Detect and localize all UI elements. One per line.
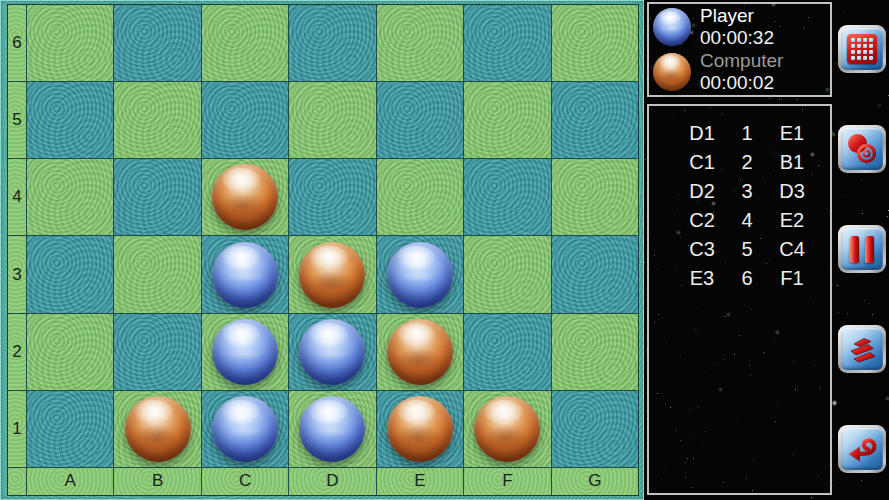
return-arrow-icon xyxy=(845,432,879,466)
player-blue-piece xyxy=(212,319,278,385)
computer-move: E2 xyxy=(765,209,819,232)
player-clock: 00:00:32 xyxy=(700,27,774,49)
cell-B2[interactable] xyxy=(114,314,200,390)
move-row-2: C12B1 xyxy=(675,148,830,177)
cell-C6[interactable] xyxy=(202,5,288,81)
cell-G2[interactable] xyxy=(552,314,638,390)
ball-ring-icon xyxy=(845,132,879,166)
cell-E5[interactable] xyxy=(377,82,463,158)
pause-icon xyxy=(850,236,874,263)
cell-G3[interactable] xyxy=(552,236,638,312)
grid-icon xyxy=(847,34,877,64)
cell-C1[interactable] xyxy=(202,391,288,467)
corner-label xyxy=(8,468,26,495)
cell-C2[interactable] xyxy=(202,314,288,390)
layers-icon xyxy=(845,332,879,366)
cell-C5[interactable] xyxy=(202,82,288,158)
player-move: E3 xyxy=(675,267,729,290)
board-frame: 654321ABCDEFG xyxy=(0,0,644,500)
player-blue-piece xyxy=(299,319,365,385)
cell-B3[interactable] xyxy=(114,236,200,312)
player-blue-piece xyxy=(299,396,365,462)
computer-row: Computer 00:00:02 xyxy=(653,50,826,94)
cell-A6[interactable] xyxy=(27,5,113,81)
cell-G1[interactable] xyxy=(552,391,638,467)
cell-C3[interactable] xyxy=(202,236,288,312)
computer-move: F1 xyxy=(765,267,819,290)
computer-move: D3 xyxy=(765,180,819,203)
player-move: C2 xyxy=(675,209,729,232)
computer-move: C4 xyxy=(765,238,819,261)
cell-E3[interactable] xyxy=(377,236,463,312)
move-number: 1 xyxy=(729,122,765,145)
right-panel: Player 00:00:32 Computer 00:00:02 D11E1C… xyxy=(644,0,889,500)
cell-B5[interactable] xyxy=(114,82,200,158)
cell-D6[interactable] xyxy=(289,5,375,81)
cell-F6[interactable] xyxy=(464,5,550,81)
col-label-G: G xyxy=(552,468,638,495)
move-number: 2 xyxy=(729,151,765,174)
computer-orange-piece xyxy=(299,242,365,308)
board-grid-button[interactable] xyxy=(838,25,886,73)
computer-name: Computer xyxy=(700,50,783,72)
computer-orange-piece xyxy=(387,396,453,462)
cell-A1[interactable] xyxy=(27,391,113,467)
cell-D3[interactable] xyxy=(289,236,375,312)
computer-orange-ball-icon xyxy=(653,53,691,91)
player-name: Player xyxy=(700,5,774,27)
move-row-3: D23D3 xyxy=(675,177,830,206)
row-label-2: 2 xyxy=(8,314,26,390)
cell-F3[interactable] xyxy=(464,236,550,312)
computer-orange-piece xyxy=(125,396,191,462)
col-label-B: B xyxy=(114,468,200,495)
move-row-1: D11E1 xyxy=(675,119,830,148)
cell-E4[interactable] xyxy=(377,159,463,235)
col-label-C: C xyxy=(202,468,288,495)
cell-B4[interactable] xyxy=(114,159,200,235)
cell-G4[interactable] xyxy=(552,159,638,235)
cell-G6[interactable] xyxy=(552,5,638,81)
cell-A5[interactable] xyxy=(27,82,113,158)
row-label-4: 4 xyxy=(8,159,26,235)
move-row-5: C35C4 xyxy=(675,235,830,264)
move-number: 4 xyxy=(729,209,765,232)
cell-D1[interactable] xyxy=(289,391,375,467)
player-row: Player 00:00:32 xyxy=(653,5,826,49)
move-row-6: E36F1 xyxy=(675,264,830,293)
app-root: 654321ABCDEFG Player 00:00:32 Computer 0… xyxy=(0,0,889,500)
computer-clock: 00:00:02 xyxy=(700,72,783,94)
new-game-button[interactable] xyxy=(838,125,886,173)
cell-F5[interactable] xyxy=(464,82,550,158)
cell-D4[interactable] xyxy=(289,159,375,235)
cell-F4[interactable] xyxy=(464,159,550,235)
game-board: 654321ABCDEFG xyxy=(7,4,639,496)
cell-E6[interactable] xyxy=(377,5,463,81)
move-row-4: C24E2 xyxy=(675,206,830,235)
player-move: C3 xyxy=(675,238,729,261)
cell-F1[interactable] xyxy=(464,391,550,467)
player-move: C1 xyxy=(675,151,729,174)
move-number: 5 xyxy=(729,238,765,261)
cell-E2[interactable] xyxy=(377,314,463,390)
cell-B1[interactable] xyxy=(114,391,200,467)
move-list-panel: D11E1C12B1D23D3C24E2C35C4E36F1 xyxy=(647,104,832,495)
pause-button[interactable] xyxy=(838,225,886,273)
player-move: D1 xyxy=(675,122,729,145)
cell-F2[interactable] xyxy=(464,314,550,390)
level-stack-button[interactable] xyxy=(838,325,886,373)
cell-B6[interactable] xyxy=(114,5,200,81)
cell-A4[interactable] xyxy=(27,159,113,235)
col-label-A: A xyxy=(27,468,113,495)
col-label-F: F xyxy=(464,468,550,495)
col-label-E: E xyxy=(377,468,463,495)
toolbar xyxy=(833,0,889,500)
row-label-3: 3 xyxy=(8,236,26,312)
cell-A3[interactable] xyxy=(27,236,113,312)
move-number: 3 xyxy=(729,180,765,203)
col-label-D: D xyxy=(289,468,375,495)
cell-C4[interactable] xyxy=(202,159,288,235)
computer-move: E1 xyxy=(765,122,819,145)
undo-back-button[interactable] xyxy=(838,425,886,473)
player-blue-ball-icon xyxy=(653,8,691,46)
cell-D2[interactable] xyxy=(289,314,375,390)
side-panel: Player 00:00:32 Computer 00:00:02 D11E1C… xyxy=(644,0,833,500)
player-blue-piece xyxy=(212,396,278,462)
players-panel: Player 00:00:32 Computer 00:00:02 xyxy=(647,2,832,97)
player-move: D2 xyxy=(675,180,729,203)
computer-move: B1 xyxy=(765,151,819,174)
player-blue-piece xyxy=(212,242,278,308)
cell-E1[interactable] xyxy=(377,391,463,467)
cell-D5[interactable] xyxy=(289,82,375,158)
move-number: 6 xyxy=(729,267,765,290)
computer-orange-piece xyxy=(387,319,453,385)
computer-orange-piece xyxy=(474,396,540,462)
computer-orange-piece xyxy=(212,164,278,230)
player-blue-piece xyxy=(387,242,453,308)
row-label-1: 1 xyxy=(8,391,26,467)
cell-G5[interactable] xyxy=(552,82,638,158)
row-label-6: 6 xyxy=(8,5,26,81)
cell-A2[interactable] xyxy=(27,314,113,390)
row-label-5: 5 xyxy=(8,82,26,158)
